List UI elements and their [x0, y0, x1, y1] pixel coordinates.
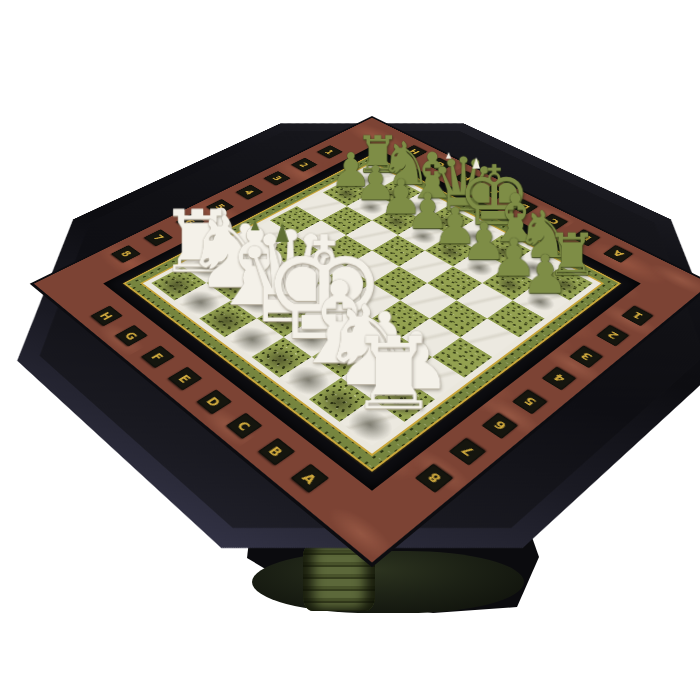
file-label-tile-C: C	[226, 413, 263, 439]
chess-table-photo: HGFEDCBA HGFEDCBA 12345678 12345678 ♜♞♝♛…	[0, 0, 700, 700]
file-label-tile-F: F	[141, 345, 175, 368]
rank-label-tile-6: 6	[481, 413, 518, 439]
rank-label-tile-2: 2	[596, 325, 629, 347]
square-a8[interactable]: ♜	[340, 399, 405, 445]
file-label-tile-B: B	[257, 437, 294, 465]
rank-label-tile-5: 5	[512, 389, 548, 414]
file-label-tile-A: A	[291, 464, 329, 493]
rank-label-tile-3: 3	[264, 171, 291, 186]
green-king-finial-tip	[472, 157, 480, 168]
rank-label-tile-1: 1	[621, 306, 653, 327]
rank-label-tile-4: 4	[541, 367, 576, 391]
file-label-tile-G: G	[115, 325, 148, 347]
file-label-tile-D: D	[196, 389, 232, 414]
file-label-tile-H: H	[91, 306, 123, 327]
tabletop-plane: HGFEDCBA HGFEDCBA 12345678 12345678 ♜♞♝♛…	[0, 81, 700, 686]
rank-label-tile-2: 2	[291, 158, 318, 172]
green-pawn[interactable]: ♟	[521, 250, 561, 300]
rank-label-tile-8: 8	[111, 245, 141, 263]
rank-label-tile-8: 8	[415, 464, 453, 493]
file-label-tile-A: A	[603, 245, 633, 263]
rank-label-tile-7: 7	[449, 437, 486, 465]
rank-label-tile-3: 3	[569, 345, 603, 368]
white-queen-finial-tip	[250, 220, 259, 231]
white-rook[interactable]: ♜	[349, 326, 395, 422]
white-king-finial-tip	[275, 222, 288, 242]
file-label-tile-E: E	[168, 367, 203, 391]
green-queen-finial-tip	[446, 152, 452, 158]
